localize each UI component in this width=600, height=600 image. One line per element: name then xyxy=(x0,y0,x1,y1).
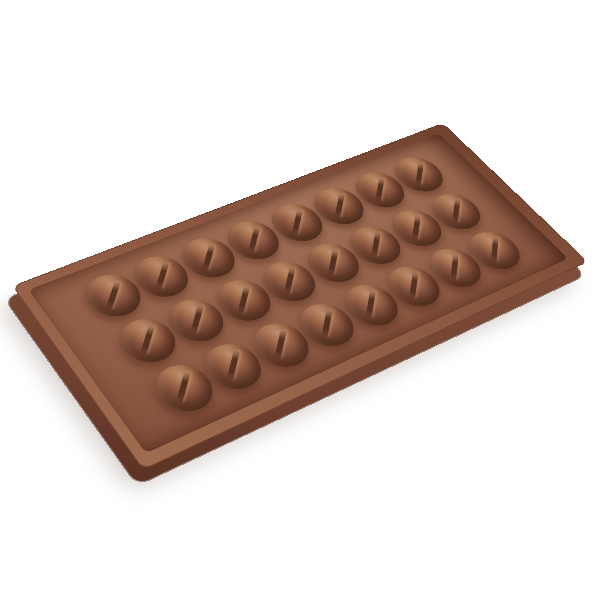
bean-crease xyxy=(140,325,155,356)
bean-crease xyxy=(491,237,499,263)
bean-crease xyxy=(412,215,421,241)
bean-crease xyxy=(409,272,418,300)
bean-crease xyxy=(283,267,295,295)
bean-crease xyxy=(334,193,344,218)
bean-crease xyxy=(105,281,121,310)
bean-crease xyxy=(328,249,339,276)
bean-crease xyxy=(202,244,215,272)
bean-crease xyxy=(375,178,384,203)
bean-grid xyxy=(72,149,534,424)
bean-crease xyxy=(247,227,259,254)
bean-crease xyxy=(451,254,459,281)
bean-crease xyxy=(237,286,250,315)
bean-crease xyxy=(415,162,424,186)
bean-crease xyxy=(321,310,332,340)
bean-crease xyxy=(275,330,287,361)
bean-crease xyxy=(176,372,191,405)
product-photo xyxy=(0,0,600,600)
bean-crease xyxy=(154,262,168,290)
bean-crease xyxy=(371,232,381,259)
bean-crease xyxy=(190,305,204,335)
bean-crease xyxy=(291,210,302,236)
bean-crease xyxy=(366,291,376,320)
bean-crease xyxy=(226,350,240,382)
bean-crease xyxy=(452,199,460,224)
